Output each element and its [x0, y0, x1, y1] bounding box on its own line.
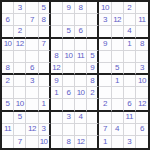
cell-r12c2[interactable]: 7	[14, 136, 26, 148]
cell-r4c8[interactable]	[87, 39, 99, 51]
cell-r12c8[interactable]	[87, 136, 99, 148]
cell-r8c7[interactable]: 10	[75, 87, 87, 99]
cell-r7c4[interactable]	[39, 75, 51, 87]
cell-r3c2[interactable]: 2	[14, 26, 26, 38]
cell-r10c6[interactable]: 3	[63, 112, 75, 124]
cell-r10c8[interactable]	[87, 112, 99, 124]
cell-r2c9[interactable]: 3	[99, 14, 111, 26]
cell-r7c8[interactable]: 8	[87, 75, 99, 87]
cell-r5c2[interactable]	[14, 51, 26, 63]
cell-r8c12[interactable]	[136, 87, 148, 99]
cell-r9c6[interactable]	[63, 99, 75, 111]
cell-r1c4[interactable]: 5	[39, 2, 51, 14]
cell-r1c1[interactable]	[2, 2, 14, 14]
cell-r3c3[interactable]	[26, 26, 38, 38]
cell-r1c8[interactable]	[87, 2, 99, 14]
cell-r9c8[interactable]	[87, 99, 99, 111]
cell-r5c1[interactable]	[2, 51, 14, 63]
cell-r2c4[interactable]: 8	[39, 14, 51, 26]
cell-r10c9[interactable]	[99, 112, 111, 124]
cell-r11c1[interactable]: 11	[2, 124, 14, 136]
cell-r2c5[interactable]	[51, 14, 63, 26]
cell-r9c3[interactable]	[26, 99, 38, 111]
cell-r8c11[interactable]	[124, 87, 136, 99]
cell-r12c12[interactable]	[136, 136, 148, 148]
cell-r10c1[interactable]	[2, 112, 14, 124]
cell-r11c4[interactable]: 3	[39, 124, 51, 136]
cell-r7c6[interactable]	[63, 75, 75, 87]
cell-r8c10[interactable]	[112, 87, 124, 99]
cell-r12c6[interactable]: 8	[63, 136, 75, 148]
cell-r9c11[interactable]: 6	[124, 99, 136, 111]
cell-r6c2[interactable]	[14, 63, 26, 75]
cell-r12c9[interactable]: 1	[99, 136, 111, 148]
cell-r2c11[interactable]	[124, 14, 136, 26]
cell-r5c5[interactable]: 8	[51, 51, 63, 63]
cell-r3c10[interactable]	[112, 26, 124, 38]
cell-r8c8[interactable]: 2	[87, 87, 99, 99]
cell-r10c10[interactable]	[112, 112, 124, 124]
cell-r6c11[interactable]	[124, 63, 136, 75]
cell-r4c9[interactable]: 9	[99, 39, 111, 51]
cell-r9c5[interactable]	[51, 99, 63, 111]
cell-r5c6[interactable]: 10	[63, 51, 75, 63]
cell-r5c7[interactable]: 11	[75, 51, 87, 63]
cell-r3c12[interactable]	[136, 26, 148, 38]
cell-r6c12[interactable]: 3	[136, 63, 148, 75]
cell-r5c12[interactable]	[136, 51, 148, 63]
cell-r11c5[interactable]	[51, 124, 63, 136]
cell-r2c12[interactable]: 11	[136, 14, 148, 26]
cell-r1c12[interactable]	[136, 2, 148, 14]
cell-r7c12[interactable]: 10	[136, 75, 148, 87]
cell-r12c1[interactable]	[2, 136, 14, 148]
cell-r11c9[interactable]: 7	[99, 124, 111, 136]
cell-r3c9[interactable]	[99, 26, 111, 38]
cell-r3c4[interactable]	[39, 26, 51, 38]
cell-r6c8[interactable]: 9	[87, 63, 99, 75]
cell-r1c11[interactable]: 2	[124, 2, 136, 14]
cell-r4c2[interactable]: 12	[14, 39, 26, 51]
cell-r3c8[interactable]	[87, 26, 99, 38]
cell-r9c10[interactable]	[112, 99, 124, 111]
cell-r7c3[interactable]: 3	[26, 75, 38, 87]
sudoku-board: 3598102678312112564101279188101158612953…	[0, 0, 150, 150]
cell-r4c10[interactable]	[112, 39, 124, 51]
cell-r12c4[interactable]: 10	[39, 136, 51, 148]
cell-r6c1[interactable]: 8	[2, 63, 14, 75]
cell-r8c3[interactable]	[26, 87, 38, 99]
cell-r10c2[interactable]: 5	[14, 112, 26, 124]
cell-r1c10[interactable]	[112, 2, 124, 14]
cell-r6c7[interactable]	[75, 63, 87, 75]
cell-r7c1[interactable]: 2	[2, 75, 14, 87]
cell-r6c6[interactable]	[63, 63, 75, 75]
cell-r4c4[interactable]: 7	[39, 39, 51, 51]
cell-r1c6[interactable]: 9	[63, 2, 75, 14]
cell-r5c8[interactable]: 5	[87, 51, 99, 63]
cell-r8c9[interactable]	[99, 87, 111, 99]
cell-r5c10[interactable]	[112, 51, 124, 63]
cell-r5c11[interactable]	[124, 51, 136, 63]
cell-r7c5[interactable]: 9	[51, 75, 63, 87]
cell-r10c7[interactable]: 4	[75, 112, 87, 124]
cell-r10c11[interactable]: 11	[124, 112, 136, 124]
cell-r3c1[interactable]	[2, 26, 14, 38]
cell-r2c8[interactable]	[87, 14, 99, 26]
cell-r6c3[interactable]: 6	[26, 63, 38, 75]
cell-r3c6[interactable]: 5	[63, 26, 75, 38]
cell-r9c4[interactable]: 1	[39, 99, 51, 111]
cell-r4c5[interactable]	[51, 39, 63, 51]
cell-r4c7[interactable]	[75, 39, 87, 51]
cell-r12c10[interactable]	[112, 136, 124, 148]
cell-r1c3[interactable]	[26, 2, 38, 14]
cell-r7c11[interactable]	[124, 75, 136, 87]
cell-r6c4[interactable]	[39, 63, 51, 75]
cell-r7c2[interactable]	[14, 75, 26, 87]
cell-r6c10[interactable]: 5	[112, 63, 124, 75]
cell-r2c7[interactable]	[75, 14, 87, 26]
cell-r3c5[interactable]	[51, 26, 63, 38]
cell-r7c10[interactable]: 1	[112, 75, 124, 87]
cell-r3c11[interactable]: 4	[124, 26, 136, 38]
cell-r11c11[interactable]	[124, 124, 136, 136]
cell-r10c4[interactable]	[39, 112, 51, 124]
cell-r12c3[interactable]	[26, 136, 38, 148]
cell-r5c9[interactable]	[99, 51, 111, 63]
cell-r12c5[interactable]	[51, 136, 63, 148]
cell-r9c7[interactable]	[75, 99, 87, 111]
cell-r9c9[interactable]: 2	[99, 99, 111, 111]
cell-r5c4[interactable]	[39, 51, 51, 63]
cell-r10c3[interactable]	[26, 112, 38, 124]
cell-r8c1[interactable]	[2, 87, 14, 99]
cell-r11c6[interactable]	[63, 124, 75, 136]
cell-r12c11[interactable]: 3	[124, 136, 136, 148]
cell-r2c2[interactable]	[14, 14, 26, 26]
cell-r2c10[interactable]: 12	[112, 14, 124, 26]
cell-r6c5[interactable]: 12	[51, 63, 63, 75]
cell-r4c6[interactable]	[63, 39, 75, 51]
cell-r1c5[interactable]	[51, 2, 63, 14]
cell-r10c5[interactable]	[51, 112, 63, 124]
cell-r4c11[interactable]: 1	[124, 39, 136, 51]
cell-r12c7[interactable]: 12	[75, 136, 87, 148]
cell-r5c3[interactable]	[26, 51, 38, 63]
cell-r3c7[interactable]: 6	[75, 26, 87, 38]
cell-r1c7[interactable]: 8	[75, 2, 87, 14]
cell-r8c2[interactable]	[14, 87, 26, 99]
cell-r11c2[interactable]	[14, 124, 26, 136]
cell-r9c1[interactable]: 5	[2, 99, 14, 111]
cell-r11c10[interactable]: 4	[112, 124, 124, 136]
cell-r9c2[interactable]: 10	[14, 99, 26, 111]
cell-r4c12[interactable]: 8	[136, 39, 148, 51]
cell-r7c7[interactable]	[75, 75, 87, 87]
cell-r11c12[interactable]: 6	[136, 124, 148, 136]
cell-r2c6[interactable]	[63, 14, 75, 26]
cell-r10c12[interactable]	[136, 112, 148, 124]
cell-r2c3[interactable]: 7	[26, 14, 38, 26]
cell-r11c8[interactable]	[87, 124, 99, 136]
cell-r1c9[interactable]: 10	[99, 2, 111, 14]
cell-r8c6[interactable]: 6	[63, 87, 75, 99]
cell-r1c2[interactable]: 3	[14, 2, 26, 14]
cell-r11c3[interactable]: 12	[26, 124, 38, 136]
cell-r4c1[interactable]: 10	[2, 39, 14, 51]
cell-r6c9[interactable]	[99, 63, 111, 75]
cell-r8c5[interactable]: 1	[51, 87, 63, 99]
cell-r4c3[interactable]	[26, 39, 38, 51]
cell-r9c12[interactable]: 12	[136, 99, 148, 111]
cell-r8c4[interactable]	[39, 87, 51, 99]
cell-r7c9[interactable]	[99, 75, 111, 87]
cell-r2c1[interactable]: 6	[2, 14, 14, 26]
cell-r11c7[interactable]	[75, 124, 87, 136]
